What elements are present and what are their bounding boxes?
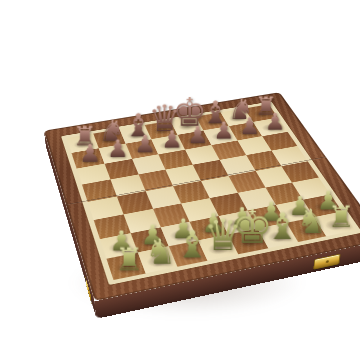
piece-white-bishop: ♝ (175, 225, 209, 263)
piece-black-pawn: ♟ (264, 110, 285, 133)
piece-black-pawn: ♟ (134, 132, 156, 156)
square-b1: ♞ (138, 247, 177, 274)
square-c7: ♟ (125, 139, 158, 159)
scene: ♜♞♝♛♚♝♞♜♟♟♟♟♟♟♟♟♟♟♟♟♟♟♟♟♜♞♝♛♚♝♞♜ (65, 45, 337, 317)
front-latch (313, 254, 341, 270)
piece-black-pawn: ♟ (161, 127, 182, 151)
piece-black-pawn: ♟ (107, 136, 129, 160)
square-d7: ♟ (152, 135, 185, 154)
piece-white-rook: ♜ (327, 202, 354, 232)
piece-white-knight: ♞ (145, 234, 176, 269)
square-a7: ♟ (71, 148, 104, 168)
chess-board-box: ♜♞♝♛♚♝♞♜♟♟♟♟♟♟♟♟♟♟♟♟♟♟♟♟♜♞♝♛♚♝♞♜ (44, 92, 360, 301)
piece-white-knight: ♞ (297, 205, 327, 239)
piece-white-rook: ♜ (115, 244, 144, 276)
piece-black-pawn: ♟ (213, 119, 234, 143)
piece-black-pawn: ♟ (79, 141, 101, 165)
piece-black-pawn: ♟ (187, 123, 208, 147)
board-grid: ♜♞♝♛♚♝♞♜♟♟♟♟♟♟♟♟♟♟♟♟♟♟♟♟♜♞♝♛♚♝♞♜ (67, 104, 356, 280)
chess-set-photo: ♜♞♝♛♚♝♞♜♟♟♟♟♟♟♟♟♟♟♟♟♟♟♟♟♜♞♝♛♚♝♞♜ (0, 0, 360, 360)
square-a1: ♜ (107, 253, 146, 280)
piece-black-pawn: ♟ (239, 114, 260, 137)
